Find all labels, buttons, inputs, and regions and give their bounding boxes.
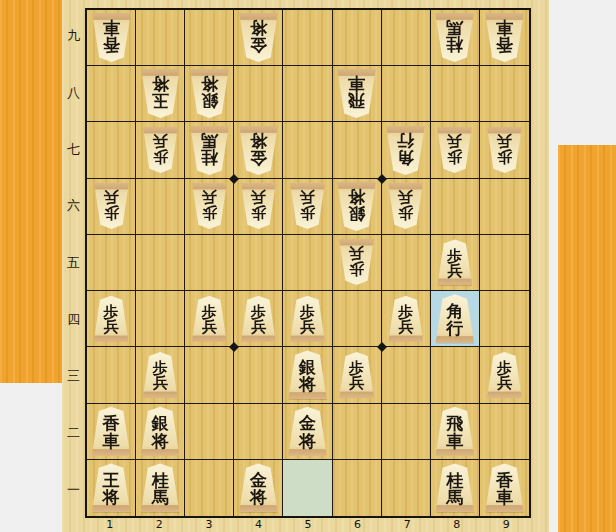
piece-gold[interactable]: 金将 — [238, 13, 279, 62]
square-6六[interactable]: 銀将 — [333, 179, 382, 235]
square-2三[interactable]: 歩兵 — [136, 347, 185, 403]
square-1六[interactable]: 歩兵 — [87, 179, 136, 235]
piece-knight[interactable]: 桂馬 — [140, 463, 181, 512]
piece-kanji: 角行 — [397, 131, 414, 166]
square-9六[interactable] — [480, 179, 529, 235]
square-8九[interactable]: 桂馬 — [431, 10, 480, 66]
piece-pawn[interactable]: 歩兵 — [387, 296, 424, 342]
square-2八[interactable]: 玉将 — [136, 66, 185, 122]
square-1二[interactable]: 香車 — [87, 404, 136, 460]
square-7二[interactable] — [382, 404, 431, 460]
file-label-5: 5 — [283, 517, 333, 532]
piece-kanji: 歩兵 — [153, 361, 168, 392]
square-7四[interactable]: 歩兵 — [382, 291, 431, 347]
piece-pawn[interactable]: 歩兵 — [436, 127, 473, 173]
piece-kanji: 香車 — [496, 472, 513, 507]
square-8一[interactable]: 桂馬 — [431, 460, 480, 516]
square-1五[interactable] — [87, 235, 136, 291]
piece-lance[interactable]: 香車 — [91, 13, 132, 62]
square-7七[interactable]: 角行 — [382, 122, 431, 178]
square-2六[interactable] — [136, 179, 185, 235]
piece-kanji: 歩兵 — [300, 305, 315, 336]
square-8六[interactable] — [431, 179, 480, 235]
square-8三[interactable] — [431, 347, 480, 403]
piece-kanji: 金将 — [299, 415, 316, 450]
piece-pawn[interactable]: 歩兵 — [191, 296, 228, 342]
square-4五[interactable] — [234, 235, 283, 291]
left-wood-panel — [0, 0, 62, 383]
piece-kanji: 歩兵 — [447, 249, 462, 280]
square-6九[interactable] — [333, 10, 382, 66]
piece-pawn[interactable]: 歩兵 — [191, 183, 228, 229]
square-6四[interactable] — [333, 291, 382, 347]
square-9三[interactable]: 歩兵 — [480, 347, 529, 403]
square-4四[interactable]: 歩兵 — [234, 291, 283, 347]
square-7八[interactable] — [382, 66, 431, 122]
piece-kanji: 歩兵 — [447, 133, 462, 164]
rank-label-七: 七 — [62, 121, 85, 178]
piece-kanji: 歩兵 — [300, 189, 315, 220]
piece-kanji: 香車 — [103, 415, 120, 450]
square-2一[interactable]: 桂馬 — [136, 460, 185, 516]
square-3五[interactable] — [185, 235, 234, 291]
square-3六[interactable]: 歩兵 — [185, 179, 234, 235]
square-9五[interactable] — [480, 235, 529, 291]
piece-kanji: 玉将 — [152, 75, 169, 110]
square-5六[interactable]: 歩兵 — [283, 179, 332, 235]
piece-knight[interactable]: 桂馬 — [434, 463, 475, 512]
piece-knight[interactable]: 桂馬 — [189, 126, 230, 175]
piece-kanji: 歩兵 — [202, 189, 217, 220]
piece-kanji: 銀将 — [299, 359, 316, 394]
square-7三[interactable] — [382, 347, 431, 403]
piece-silver[interactable]: 銀将 — [336, 182, 377, 231]
square-3九[interactable] — [185, 10, 234, 66]
square-4一[interactable]: 金将 — [234, 460, 283, 516]
piece-rook[interactable]: 飛車 — [434, 407, 475, 456]
piece-kanji: 飛車 — [446, 415, 463, 450]
piece-pawn[interactable]: 歩兵 — [93, 296, 130, 342]
square-4七[interactable]: 金将 — [234, 122, 283, 178]
square-3三[interactable] — [185, 347, 234, 403]
board-frame: 香車金将桂馬香車玉将銀将飛車歩兵桂馬金将角行歩兵歩兵歩兵歩兵歩兵歩兵銀将歩兵歩兵… — [85, 8, 531, 518]
file-label-4: 4 — [234, 517, 284, 532]
square-5五[interactable] — [283, 235, 332, 291]
piece-kanji: 歩兵 — [153, 133, 168, 164]
piece-silver[interactable]: 銀将 — [287, 350, 328, 399]
piece-kanji: 歩兵 — [104, 189, 119, 220]
piece-gold[interactable]: 金将 — [287, 407, 328, 456]
piece-pawn[interactable]: 歩兵 — [93, 183, 130, 229]
rank-label-一: 一 — [62, 461, 85, 518]
piece-kanji: 歩兵 — [349, 361, 364, 392]
square-2四[interactable] — [136, 291, 185, 347]
piece-pawn[interactable]: 歩兵 — [289, 296, 326, 342]
piece-kanji: 歩兵 — [497, 133, 512, 164]
piece-lance[interactable]: 香車 — [484, 13, 525, 62]
piece-kanji: 歩兵 — [251, 189, 266, 220]
piece-lance[interactable]: 香車 — [91, 407, 132, 456]
piece-lance[interactable]: 香車 — [484, 463, 525, 512]
square-3二[interactable] — [185, 404, 234, 460]
file-label-3: 3 — [184, 517, 234, 532]
piece-kanji: 桂馬 — [446, 19, 463, 54]
rank-label-九: 九 — [62, 8, 85, 65]
square-9四[interactable] — [480, 291, 529, 347]
square-4三[interactable] — [234, 347, 283, 403]
square-2九[interactable] — [136, 10, 185, 66]
square-9八[interactable] — [480, 66, 529, 122]
piece-pawn[interactable]: 歩兵 — [436, 239, 473, 285]
piece-pawn[interactable]: 歩兵 — [142, 352, 179, 398]
piece-pawn[interactable]: 歩兵 — [289, 183, 326, 229]
rank-label-四: 四 — [62, 291, 85, 348]
piece-bishop[interactable]: 角行 — [434, 294, 475, 343]
square-1八[interactable] — [87, 66, 136, 122]
square-1九[interactable]: 香車 — [87, 10, 136, 66]
square-5四[interactable]: 歩兵 — [283, 291, 332, 347]
square-6五[interactable]: 歩兵 — [333, 235, 382, 291]
square-6七[interactable] — [333, 122, 382, 178]
square-6八[interactable]: 飛車 — [333, 66, 382, 122]
piece-pawn[interactable]: 歩兵 — [387, 183, 424, 229]
square-2五[interactable] — [136, 235, 185, 291]
piece-silver[interactable]: 銀将 — [140, 407, 181, 456]
square-4八[interactable] — [234, 66, 283, 122]
piece-kanji: 王将 — [103, 472, 120, 507]
square-3一[interactable] — [185, 460, 234, 516]
file-label-2: 2 — [135, 517, 185, 532]
piece-pawn[interactable]: 歩兵 — [240, 183, 277, 229]
piece-kanji: 桂馬 — [201, 131, 218, 166]
square-7六[interactable]: 歩兵 — [382, 179, 431, 235]
square-5二[interactable]: 金将 — [283, 404, 332, 460]
square-8七[interactable]: 歩兵 — [431, 122, 480, 178]
piece-gold[interactable]: 金将 — [238, 463, 279, 512]
piece-kanji: 歩兵 — [202, 305, 217, 336]
piece-kanji: 桂馬 — [152, 472, 169, 507]
square-9九[interactable]: 香車 — [480, 10, 529, 66]
rank-label-六: 六 — [62, 178, 85, 235]
square-7九[interactable] — [382, 10, 431, 66]
piece-pawn[interactable]: 歩兵 — [240, 296, 277, 342]
file-labels: 123456789 — [85, 517, 531, 532]
piece-kanji: 銀将 — [348, 187, 365, 222]
piece-kanji: 香車 — [496, 19, 513, 54]
square-4二[interactable] — [234, 404, 283, 460]
square-6一[interactable] — [333, 460, 382, 516]
piece-king[interactable]: 王将 — [91, 463, 132, 512]
file-label-6: 6 — [333, 517, 383, 532]
square-1四[interactable]: 歩兵 — [87, 291, 136, 347]
piece-kanji: 角行 — [446, 303, 463, 338]
piece-kanji: 金将 — [250, 19, 267, 54]
piece-king[interactable]: 玉将 — [140, 69, 181, 118]
square-9一[interactable]: 香車 — [480, 460, 529, 516]
square-5三[interactable]: 銀将 — [283, 347, 332, 403]
piece-kanji: 歩兵 — [497, 361, 512, 392]
piece-kanji: 銀将 — [201, 75, 218, 110]
square-5九[interactable] — [283, 10, 332, 66]
square-2七[interactable]: 歩兵 — [136, 122, 185, 178]
rank-label-八: 八 — [62, 65, 85, 122]
square-7五[interactable] — [382, 235, 431, 291]
piece-kanji: 桂馬 — [446, 472, 463, 507]
square-8五[interactable]: 歩兵 — [431, 235, 480, 291]
rank-label-三: 三 — [62, 348, 85, 405]
file-label-9: 9 — [482, 517, 532, 532]
piece-pawn[interactable]: 歩兵 — [338, 239, 375, 285]
piece-kanji: 金将 — [250, 472, 267, 507]
piece-knight[interactable]: 桂馬 — [434, 13, 475, 62]
square-1一[interactable]: 王将 — [87, 460, 136, 516]
piece-kanji: 歩兵 — [349, 246, 364, 277]
file-label-7: 7 — [382, 517, 432, 532]
piece-kanji: 歩兵 — [251, 305, 266, 336]
square-6二[interactable] — [333, 404, 382, 460]
piece-kanji: 歩兵 — [104, 305, 119, 336]
piece-gold[interactable]: 金将 — [238, 126, 279, 175]
file-label-1: 1 — [85, 517, 135, 532]
piece-pawn[interactable]: 歩兵 — [486, 127, 523, 173]
piece-pawn[interactable]: 歩兵 — [338, 352, 375, 398]
square-2二[interactable]: 銀将 — [136, 404, 185, 460]
piece-pawn[interactable]: 歩兵 — [486, 352, 523, 398]
square-8二[interactable]: 飛車 — [431, 404, 480, 460]
piece-kanji: 歩兵 — [398, 189, 413, 220]
file-label-8: 8 — [432, 517, 482, 532]
shogi-board: 香車金将桂馬香車玉将銀将飛車歩兵桂馬金将角行歩兵歩兵歩兵歩兵歩兵歩兵銀将歩兵歩兵… — [87, 10, 529, 516]
square-8四[interactable]: 角行 — [431, 291, 480, 347]
rank-labels: 九八七六五四三二一 — [62, 8, 85, 518]
shogi-app-screen: 九八七六五四三二一 123456789 香車金将桂馬香車玉将銀将飛車歩兵桂馬金将… — [0, 0, 616, 532]
square-7一[interactable] — [382, 460, 431, 516]
square-4六[interactable]: 歩兵 — [234, 179, 283, 235]
piece-kanji: 飛車 — [348, 75, 365, 110]
square-9二[interactable] — [480, 404, 529, 460]
piece-kanji: 香車 — [103, 19, 120, 54]
piece-rook[interactable]: 飛車 — [336, 69, 377, 118]
square-1三[interactable] — [87, 347, 136, 403]
piece-bishop[interactable]: 角行 — [385, 126, 426, 175]
right-wood-panel — [558, 145, 616, 532]
piece-pawn[interactable]: 歩兵 — [142, 127, 179, 173]
square-3八[interactable]: 銀将 — [185, 66, 234, 122]
square-3七[interactable]: 桂馬 — [185, 122, 234, 178]
rank-label-二: 二 — [62, 405, 85, 462]
square-6三[interactable]: 歩兵 — [333, 347, 382, 403]
square-5八[interactable] — [283, 66, 332, 122]
piece-kanji: 金将 — [250, 131, 267, 166]
rank-label-五: 五 — [62, 235, 85, 292]
square-5一[interactable] — [283, 460, 332, 516]
square-5七[interactable] — [283, 122, 332, 178]
square-4九[interactable]: 金将 — [234, 10, 283, 66]
square-3四[interactable]: 歩兵 — [185, 291, 234, 347]
piece-kanji: 歩兵 — [398, 305, 413, 336]
square-8八[interactable] — [431, 66, 480, 122]
piece-kanji: 銀将 — [152, 415, 169, 450]
square-9七[interactable]: 歩兵 — [480, 122, 529, 178]
square-1七[interactable] — [87, 122, 136, 178]
piece-silver[interactable]: 銀将 — [189, 69, 230, 118]
